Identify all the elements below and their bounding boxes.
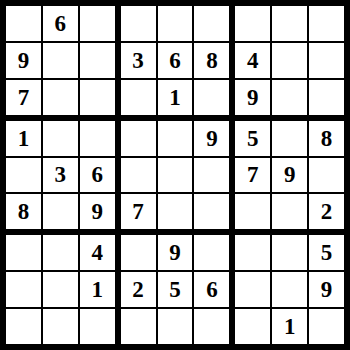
sudoku-cell-r2c5[interactable]: 6 (158, 43, 193, 78)
sudoku-cell-r6c3[interactable]: 9 (80, 194, 115, 229)
sudoku-cell-r8c1[interactable] (6, 272, 41, 307)
sudoku-cell-r7c2[interactable] (43, 235, 78, 270)
sudoku-cell-r9c7[interactable] (235, 309, 270, 344)
sudoku-box-1: 3681 (121, 6, 230, 115)
sudoku-box-7: 9256 (121, 235, 230, 344)
sudoku-cell-r1c2[interactable]: 6 (43, 6, 78, 41)
sudoku-cell-r9c4[interactable] (121, 309, 156, 344)
sudoku-cell-r1c1[interactable] (6, 6, 41, 41)
sudoku-cell-r7c7[interactable] (235, 235, 270, 270)
sudoku-board: 697 3681 49 13689 97 58792 41 9256 591 (0, 0, 350, 350)
sudoku-cell-r3c4[interactable] (121, 80, 156, 115)
sudoku-cell-r5c1[interactable] (6, 158, 41, 193)
sudoku-cell-r4c5[interactable] (158, 121, 193, 156)
sudoku-cell-r1c3[interactable] (80, 6, 115, 41)
sudoku-cell-r5c5[interactable] (158, 158, 193, 193)
sudoku-cell-r4c6[interactable]: 9 (194, 121, 229, 156)
sudoku-cell-r9c9[interactable] (309, 309, 344, 344)
sudoku-cell-r8c5[interactable]: 5 (158, 272, 193, 307)
sudoku-cell-r8c2[interactable] (43, 272, 78, 307)
sudoku-box-5: 58792 (235, 121, 344, 230)
sudoku-cell-r7c6[interactable] (194, 235, 229, 270)
sudoku-cell-r8c7[interactable] (235, 272, 270, 307)
sudoku-cell-r4c9[interactable]: 8 (309, 121, 344, 156)
sudoku-cell-r6c9[interactable]: 2 (309, 194, 344, 229)
sudoku-cell-r6c1[interactable]: 8 (6, 194, 41, 229)
sudoku-cell-r6c2[interactable] (43, 194, 78, 229)
sudoku-cell-r1c7[interactable] (235, 6, 270, 41)
sudoku-cell-r5c4[interactable] (121, 158, 156, 193)
sudoku-cell-r3c6[interactable] (194, 80, 229, 115)
sudoku-cell-r3c7[interactable]: 9 (235, 80, 270, 115)
sudoku-cell-r1c8[interactable] (272, 6, 307, 41)
sudoku-cell-r8c6[interactable]: 6 (194, 272, 229, 307)
sudoku-cell-r7c9[interactable]: 5 (309, 235, 344, 270)
sudoku-cell-r3c1[interactable]: 7 (6, 80, 41, 115)
sudoku-cell-r6c8[interactable] (272, 194, 307, 229)
sudoku-cell-r7c3[interactable]: 4 (80, 235, 115, 270)
sudoku-cell-r1c4[interactable] (121, 6, 156, 41)
sudoku-box-6: 41 (6, 235, 115, 344)
sudoku-cell-r4c3[interactable] (80, 121, 115, 156)
sudoku-cell-r2c4[interactable]: 3 (121, 43, 156, 78)
sudoku-cell-r5c3[interactable]: 6 (80, 158, 115, 193)
sudoku-cell-r8c4[interactable]: 2 (121, 272, 156, 307)
sudoku-cell-r2c9[interactable] (309, 43, 344, 78)
sudoku-cell-r3c8[interactable] (272, 80, 307, 115)
sudoku-cell-r9c3[interactable] (80, 309, 115, 344)
sudoku-cell-r2c6[interactable]: 8 (194, 43, 229, 78)
sudoku-box-2: 49 (235, 6, 344, 115)
sudoku-cell-r2c3[interactable] (80, 43, 115, 78)
sudoku-cell-r9c8[interactable]: 1 (272, 309, 307, 344)
sudoku-cell-r9c2[interactable] (43, 309, 78, 344)
sudoku-cell-r6c7[interactable] (235, 194, 270, 229)
sudoku-cell-r1c5[interactable] (158, 6, 193, 41)
sudoku-box-8: 591 (235, 235, 344, 344)
sudoku-box-3: 13689 (6, 121, 115, 230)
sudoku-cell-r8c8[interactable] (272, 272, 307, 307)
sudoku-cell-r2c7[interactable]: 4 (235, 43, 270, 78)
sudoku-cell-r6c4[interactable]: 7 (121, 194, 156, 229)
sudoku-cell-r5c7[interactable]: 7 (235, 158, 270, 193)
sudoku-cell-r5c8[interactable]: 9 (272, 158, 307, 193)
sudoku-cell-r4c4[interactable] (121, 121, 156, 156)
sudoku-cell-r1c9[interactable] (309, 6, 344, 41)
sudoku-cell-r2c2[interactable] (43, 43, 78, 78)
sudoku-cell-r1c6[interactable] (194, 6, 229, 41)
sudoku-cell-r3c3[interactable] (80, 80, 115, 115)
sudoku-cell-r5c2[interactable]: 3 (43, 158, 78, 193)
sudoku-cell-r9c6[interactable] (194, 309, 229, 344)
sudoku-cell-r4c2[interactable] (43, 121, 78, 156)
sudoku-cell-r7c8[interactable] (272, 235, 307, 270)
sudoku-cell-r7c1[interactable] (6, 235, 41, 270)
sudoku-cell-r3c5[interactable]: 1 (158, 80, 193, 115)
sudoku-cell-r5c6[interactable] (194, 158, 229, 193)
sudoku-cell-r7c5[interactable]: 9 (158, 235, 193, 270)
sudoku-cell-r7c4[interactable] (121, 235, 156, 270)
sudoku-cell-r3c2[interactable] (43, 80, 78, 115)
sudoku-cell-r3c9[interactable] (309, 80, 344, 115)
sudoku-cell-r6c6[interactable] (194, 194, 229, 229)
sudoku-cell-r9c5[interactable] (158, 309, 193, 344)
sudoku-cell-r2c1[interactable]: 9 (6, 43, 41, 78)
sudoku-cell-r4c7[interactable]: 5 (235, 121, 270, 156)
sudoku-cell-r5c9[interactable] (309, 158, 344, 193)
sudoku-cell-r8c9[interactable]: 9 (309, 272, 344, 307)
sudoku-cell-r4c8[interactable] (272, 121, 307, 156)
sudoku-box-4: 97 (121, 121, 230, 230)
sudoku-cell-r2c8[interactable] (272, 43, 307, 78)
sudoku-cell-r9c1[interactable] (6, 309, 41, 344)
sudoku-cell-r4c1[interactable]: 1 (6, 121, 41, 156)
sudoku-box-0: 697 (6, 6, 115, 115)
sudoku-cell-r6c5[interactable] (158, 194, 193, 229)
sudoku-cell-r8c3[interactable]: 1 (80, 272, 115, 307)
